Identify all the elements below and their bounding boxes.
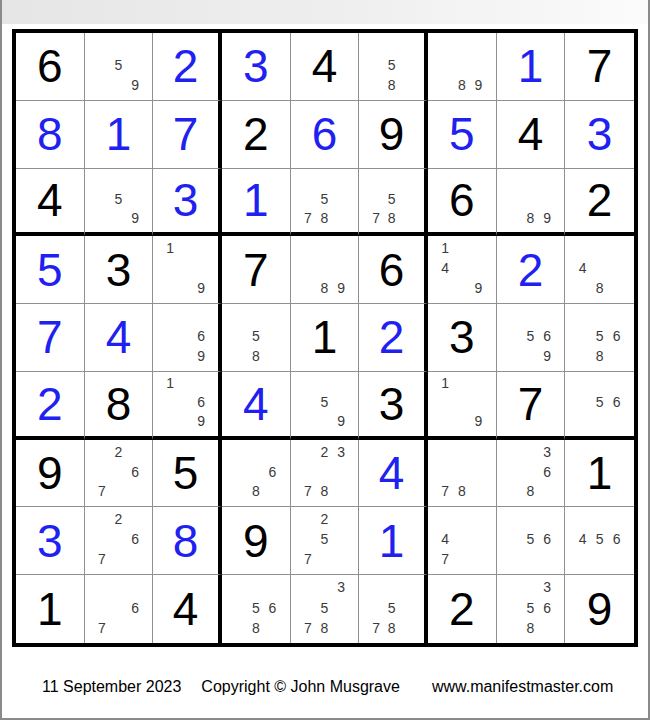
candidate-empty (470, 509, 487, 529)
cell-r1c2[interactable]: 59 (85, 33, 154, 101)
given-digit: 5 (173, 450, 199, 496)
candidate-empty (193, 374, 209, 393)
cell-r3c8[interactable]: 89 (497, 169, 566, 237)
candidate-empty (368, 189, 384, 208)
candidate-empty (300, 189, 317, 208)
candidate-digit: 6 (539, 597, 556, 617)
candidate-digit: 8 (316, 278, 333, 298)
candidate-grid: 267 (94, 509, 144, 569)
cell-r9c5[interactable]: 3578 (291, 575, 360, 643)
candidate-digit: 6 (539, 326, 556, 346)
candidate-grid: 78 (437, 442, 487, 502)
candidate-empty (333, 529, 350, 549)
candidate-empty (574, 306, 591, 326)
given-digit: 2 (243, 111, 269, 157)
cell-r2c4[interactable]: 2 (222, 101, 291, 169)
candidate-empty (333, 208, 350, 227)
cell-r2c9[interactable]: 3 (565, 101, 634, 169)
candidate-empty (231, 326, 248, 346)
cell-r7c6[interactable]: 4 (359, 440, 428, 508)
cell-r3c3[interactable]: 3 (153, 169, 222, 237)
footer-date: 11 September 2023 (42, 678, 181, 696)
candidate-grid: 578 (300, 171, 350, 228)
candidate-empty (300, 238, 317, 258)
candidate-empty (522, 509, 539, 529)
candidate-empty (162, 412, 178, 431)
candidate-empty (522, 171, 539, 190)
candidate-digit: 6 (193, 326, 209, 346)
candidate-empty (231, 597, 248, 617)
candidate-digit: 9 (470, 412, 487, 431)
given-digit: 7 (243, 247, 269, 293)
candidate-digit: 7 (300, 618, 317, 638)
given-digit: 9 (243, 518, 269, 564)
candidate-empty (193, 306, 209, 326)
candidate-empty (127, 55, 144, 75)
candidate-empty (506, 529, 523, 549)
candidate-grid: 569 (506, 306, 556, 366)
candidate-digit: 7 (94, 549, 111, 569)
candidate-digit: 4 (437, 529, 454, 549)
cell-r7c1[interactable]: 9 (16, 440, 85, 508)
candidate-empty (437, 509, 454, 529)
candidate-grid: 368 (506, 442, 556, 502)
candidate-empty (110, 462, 127, 482)
cell-r9c6[interactable]: 578 (359, 575, 428, 643)
candidate-grid: 59 (300, 374, 350, 431)
candidate-digit: 7 (368, 618, 384, 638)
given-digit: 6 (37, 43, 63, 89)
candidate-empty (506, 208, 523, 227)
candidate-empty (300, 278, 317, 298)
candidate-empty (178, 326, 194, 346)
candidate-empty (162, 306, 178, 326)
given-digit: 9 (379, 111, 405, 157)
cell-r3c9[interactable]: 2 (565, 169, 634, 237)
candidate-grid: 19 (162, 238, 209, 298)
candidate-empty (470, 442, 487, 462)
candidate-empty (127, 482, 144, 502)
candidate-digit: 3 (539, 577, 556, 597)
given-digit: 2 (587, 177, 613, 223)
candidate-digit: 8 (454, 75, 471, 95)
candidate-empty (539, 171, 556, 190)
cell-r5c4[interactable]: 58 (222, 304, 291, 372)
candidate-empty (608, 346, 625, 366)
cell-r7c7[interactable]: 78 (428, 440, 497, 508)
cell-r5c3[interactable]: 69 (153, 304, 222, 372)
candidate-digit: 8 (316, 482, 333, 502)
candidate-empty (522, 306, 539, 326)
cell-r6c8[interactable]: 7 (497, 372, 566, 440)
cell-r7c9[interactable]: 1 (565, 440, 634, 508)
cell-r6c1[interactable]: 2 (16, 372, 85, 440)
candidate-digit: 3 (333, 442, 350, 462)
cell-r6c4[interactable]: 4 (222, 372, 291, 440)
candidate-digit: 8 (384, 75, 400, 95)
candidate-grid: 267 (94, 442, 144, 502)
candidate-empty (437, 393, 454, 412)
candidate-empty (333, 597, 350, 617)
candidate-empty (94, 529, 111, 549)
candidate-digit: 6 (608, 393, 625, 412)
candidate-digit: 8 (248, 618, 265, 638)
cell-r5c8[interactable]: 569 (497, 304, 566, 372)
solved-digit: 1 (106, 111, 132, 157)
cell-r9c3[interactable]: 4 (153, 575, 222, 643)
cell-r8c9[interactable]: 456 (565, 507, 634, 575)
candidate-empty (333, 238, 350, 258)
cell-r5c5[interactable]: 1 (291, 304, 360, 372)
solved-digit: 4 (106, 314, 132, 360)
candidate-grid: 568 (231, 577, 281, 638)
cell-r8c3[interactable]: 8 (153, 507, 222, 575)
cell-r8c7[interactable]: 47 (428, 507, 497, 575)
candidate-empty (127, 35, 144, 55)
candidate-empty (178, 258, 194, 278)
candidate-grid: 89 (506, 171, 556, 228)
cell-r1c1[interactable]: 6 (16, 33, 85, 101)
candidate-digit: 1 (162, 374, 178, 393)
cell-r6c7[interactable]: 19 (428, 372, 497, 440)
candidate-digit: 5 (316, 529, 333, 549)
cell-r1c8[interactable]: 1 (497, 33, 566, 101)
candidate-empty (162, 326, 178, 346)
cell-r8c4[interactable]: 9 (222, 507, 291, 575)
candidate-empty (94, 462, 111, 482)
candidate-grid: 3578 (300, 577, 350, 638)
candidate-empty (608, 258, 625, 278)
candidate-empty (591, 412, 608, 431)
cell-r3c5[interactable]: 578 (291, 169, 360, 237)
cell-r6c3[interactable]: 169 (153, 372, 222, 440)
candidate-digit: 8 (316, 618, 333, 638)
cell-r2c6[interactable]: 9 (359, 101, 428, 169)
candidate-empty (591, 509, 608, 529)
candidate-grid: 568 (574, 306, 625, 366)
candidate-empty (178, 306, 194, 326)
candidate-empty (437, 462, 454, 482)
candidate-digit: 5 (384, 189, 400, 208)
candidate-digit: 7 (437, 482, 454, 502)
candidate-empty (399, 35, 415, 55)
candidate-empty (110, 618, 127, 638)
cell-r8c5[interactable]: 257 (291, 507, 360, 575)
solved-digit: 1 (379, 518, 405, 564)
candidate-empty (574, 326, 591, 346)
candidate-empty (110, 171, 127, 190)
candidate-empty (399, 189, 415, 208)
candidate-empty (437, 75, 454, 95)
cell-r1c5[interactable]: 4 (291, 33, 360, 101)
candidate-grid: 578 (368, 577, 415, 638)
candidate-empty (264, 577, 281, 597)
candidate-digit: 3 (333, 577, 350, 597)
candidate-empty (300, 374, 317, 393)
candidate-digit: 8 (248, 346, 265, 366)
cell-r9c2[interactable]: 67 (85, 575, 154, 643)
candidate-empty (94, 597, 111, 617)
candidate-digit: 6 (539, 529, 556, 549)
candidate-empty (300, 442, 317, 462)
candidate-grid: 68 (231, 442, 281, 502)
candidate-grid: 89 (300, 238, 350, 298)
candidate-empty (110, 577, 127, 597)
cell-r4c7[interactable]: 149 (428, 236, 497, 304)
given-digit: 4 (37, 177, 63, 223)
candidate-digit: 5 (384, 597, 400, 617)
cell-r4c2[interactable]: 3 (85, 236, 154, 304)
candidate-empty (368, 577, 384, 597)
given-digit: 3 (106, 247, 132, 293)
candidate-grid: 48 (574, 238, 625, 298)
cell-r1c4[interactable]: 3 (222, 33, 291, 101)
candidate-empty (470, 549, 487, 569)
solved-digit: 5 (37, 247, 63, 293)
cell-r3c1[interactable]: 4 (16, 169, 85, 237)
candidate-empty (300, 597, 317, 617)
cell-r4c3[interactable]: 19 (153, 236, 222, 304)
candidate-digit: 4 (437, 258, 454, 278)
candidate-empty (193, 258, 209, 278)
titlebar (2, 0, 648, 24)
candidate-empty (399, 171, 415, 190)
candidate-empty (539, 509, 556, 529)
candidate-empty (470, 482, 487, 502)
cell-r2c1[interactable]: 8 (16, 101, 85, 169)
candidate-empty (110, 597, 127, 617)
cell-r2c5[interactable]: 6 (291, 101, 360, 169)
solved-digit: 5 (449, 111, 475, 157)
given-digit: 4 (518, 111, 544, 157)
candidate-digit: 8 (522, 482, 539, 502)
candidate-empty (506, 549, 523, 569)
cell-r5c7[interactable]: 3 (428, 304, 497, 372)
candidate-grid: 456 (574, 509, 625, 569)
cell-r5c2[interactable]: 4 (85, 304, 154, 372)
given-digit: 2 (449, 586, 475, 632)
candidate-empty (178, 393, 194, 412)
candidate-digit: 5 (384, 55, 400, 75)
candidate-empty (454, 393, 471, 412)
candidate-empty (591, 306, 608, 326)
candidate-empty (178, 374, 194, 393)
cell-r7c4[interactable]: 68 (222, 440, 291, 508)
solved-digit: 7 (173, 111, 199, 157)
candidate-digit: 8 (522, 208, 539, 227)
candidate-digit: 6 (264, 597, 281, 617)
cell-r1c9[interactable]: 7 (565, 33, 634, 101)
candidate-empty (399, 75, 415, 95)
candidate-empty (506, 326, 523, 346)
candidate-empty (178, 238, 194, 258)
cell-r4c1[interactable]: 5 (16, 236, 85, 304)
candidate-digit: 1 (437, 238, 454, 258)
candidate-empty (437, 278, 454, 298)
candidate-digit: 9 (539, 346, 556, 366)
cell-r7c2[interactable]: 267 (85, 440, 154, 508)
cell-r2c8[interactable]: 4 (497, 101, 566, 169)
cell-r6c6[interactable]: 3 (359, 372, 428, 440)
candidate-empty (316, 549, 333, 569)
candidate-grid: 56 (506, 509, 556, 569)
candidate-empty (539, 482, 556, 502)
cell-r3c4[interactable]: 1 (222, 169, 291, 237)
given-digit: 7 (518, 381, 544, 427)
cell-r5c1[interactable]: 7 (16, 304, 85, 372)
candidate-empty (506, 509, 523, 529)
cell-r2c3[interactable]: 7 (153, 101, 222, 169)
solved-digit: 6 (312, 111, 338, 157)
cell-r2c7[interactable]: 5 (428, 101, 497, 169)
candidate-digit: 4 (574, 258, 591, 278)
candidate-empty (333, 393, 350, 412)
cell-r8c1[interactable]: 3 (16, 507, 85, 575)
candidate-empty (574, 509, 591, 529)
candidate-empty (248, 462, 265, 482)
candidate-empty (333, 171, 350, 190)
candidate-empty (248, 577, 265, 597)
candidate-empty (127, 171, 144, 190)
candidate-digit: 2 (316, 509, 333, 529)
given-digit: 6 (379, 247, 405, 293)
candidate-grid: 56 (574, 374, 625, 431)
candidate-empty (522, 442, 539, 462)
cell-r4c6[interactable]: 6 (359, 236, 428, 304)
candidate-digit: 2 (316, 442, 333, 462)
cell-r5c9[interactable]: 568 (565, 304, 634, 372)
cell-r7c5[interactable]: 2378 (291, 440, 360, 508)
candidate-empty (110, 529, 127, 549)
candidate-empty (437, 412, 454, 431)
candidate-digit: 7 (94, 618, 111, 638)
cell-r9c4[interactable]: 568 (222, 575, 291, 643)
candidate-digit: 9 (470, 278, 487, 298)
candidate-empty (591, 238, 608, 258)
solved-digit: 2 (37, 381, 63, 427)
cell-r8c6[interactable]: 1 (359, 507, 428, 575)
candidate-empty (127, 189, 144, 208)
cell-r4c4[interactable]: 7 (222, 236, 291, 304)
candidate-empty (384, 35, 400, 55)
cell-r7c8[interactable]: 368 (497, 440, 566, 508)
candidate-digit: 5 (316, 597, 333, 617)
candidate-empty (94, 442, 111, 462)
candidate-empty (231, 442, 248, 462)
given-digit: 4 (173, 586, 199, 632)
candidate-digit: 8 (591, 346, 608, 366)
given-digit: 3 (379, 381, 405, 427)
candidate-empty (574, 238, 591, 258)
cell-r3c7[interactable]: 6 (428, 169, 497, 237)
candidate-empty (316, 412, 333, 431)
cell-r6c2[interactable]: 8 (85, 372, 154, 440)
cell-r1c6[interactable]: 58 (359, 33, 428, 101)
footer-copyright: Copyright © John Musgrave (201, 678, 400, 696)
candidate-empty (300, 509, 317, 529)
candidate-digit: 2 (110, 509, 127, 529)
cell-r7c3[interactable]: 5 (153, 440, 222, 508)
candidate-empty (333, 462, 350, 482)
cell-r3c2[interactable]: 59 (85, 169, 154, 237)
candidate-empty (316, 238, 333, 258)
cell-r4c5[interactable]: 89 (291, 236, 360, 304)
cell-r8c8[interactable]: 56 (497, 507, 566, 575)
candidate-grid: 59 (94, 35, 144, 95)
candidate-empty (608, 374, 625, 393)
candidate-empty (94, 171, 111, 190)
cell-r1c7[interactable]: 89 (428, 33, 497, 101)
candidate-empty (127, 442, 144, 462)
candidate-empty (437, 55, 454, 75)
cell-r9c1[interactable]: 1 (16, 575, 85, 643)
candidate-empty (399, 208, 415, 227)
cell-r6c5[interactable]: 59 (291, 372, 360, 440)
cell-r6c9[interactable]: 56 (565, 372, 634, 440)
candidate-digit: 5 (248, 326, 265, 346)
candidate-empty (300, 412, 317, 431)
sudoku-board: 6592345889178172695434593157857868925319… (12, 29, 638, 647)
candidate-empty (300, 258, 317, 278)
cell-r9c9[interactable]: 9 (565, 575, 634, 643)
candidate-empty (399, 55, 415, 75)
candidate-empty (333, 189, 350, 208)
cell-r4c8[interactable]: 2 (497, 236, 566, 304)
candidate-digit: 5 (522, 597, 539, 617)
candidate-digit: 8 (591, 278, 608, 298)
candidate-digit: 9 (539, 208, 556, 227)
candidate-empty (470, 374, 487, 393)
candidate-empty (300, 529, 317, 549)
candidate-empty (608, 306, 625, 326)
candidate-empty (454, 529, 471, 549)
cell-r4c9[interactable]: 48 (565, 236, 634, 304)
cell-r5c6[interactable]: 2 (359, 304, 428, 372)
candidate-grid: 169 (162, 374, 209, 431)
cell-r9c8[interactable]: 3568 (497, 575, 566, 643)
candidate-empty (591, 374, 608, 393)
candidate-empty (231, 577, 248, 597)
candidate-empty (162, 278, 178, 298)
cell-r3c6[interactable]: 578 (359, 169, 428, 237)
candidate-empty (522, 577, 539, 597)
candidate-empty (399, 597, 415, 617)
candidate-digit: 5 (591, 326, 608, 346)
cell-r1c3[interactable]: 2 (153, 33, 222, 101)
candidate-empty (127, 577, 144, 597)
cell-r8c2[interactable]: 267 (85, 507, 154, 575)
candidate-empty (316, 171, 333, 190)
candidate-digit: 5 (248, 597, 265, 617)
window: 6592345889178172695434593157857868925319… (0, 0, 650, 720)
candidate-empty (264, 306, 281, 326)
candidate-digit: 5 (110, 55, 127, 75)
candidate-empty (608, 509, 625, 529)
candidate-empty (506, 346, 523, 366)
candidate-empty (94, 75, 111, 95)
cell-r2c2[interactable]: 1 (85, 101, 154, 169)
given-digit: 9 (37, 450, 63, 496)
candidate-empty (368, 55, 384, 75)
candidate-digit: 7 (94, 482, 111, 502)
candidate-empty (248, 306, 265, 326)
candidate-digit: 5 (316, 189, 333, 208)
candidate-empty (574, 346, 591, 366)
candidate-digit: 8 (316, 208, 333, 227)
cell-r9c7[interactable]: 2 (428, 575, 497, 643)
candidate-empty (470, 238, 487, 258)
given-digit: 6 (449, 177, 475, 223)
